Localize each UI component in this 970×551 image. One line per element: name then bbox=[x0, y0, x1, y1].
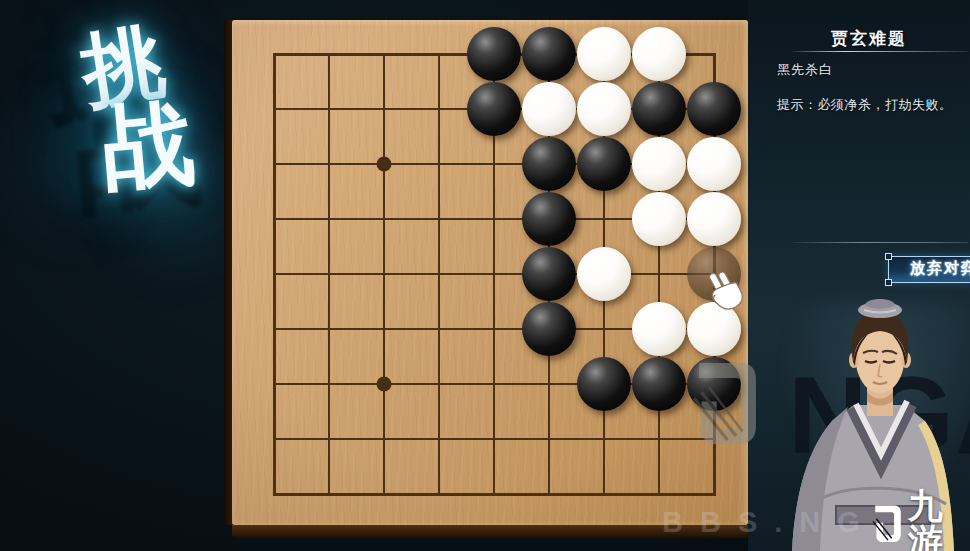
board-wood-surface[interactable] bbox=[232, 20, 748, 525]
black-stone bbox=[522, 247, 576, 301]
black-stone bbox=[577, 357, 631, 411]
resign-button[interactable]: 放弃对弈 bbox=[888, 256, 970, 283]
white-stone bbox=[632, 302, 686, 356]
black-stone bbox=[467, 82, 521, 136]
white-stone bbox=[632, 137, 686, 191]
white-stone bbox=[687, 137, 741, 191]
grid-line bbox=[273, 438, 716, 440]
puzzle-panel: 贾玄难题 黑先杀白 提示：必须净杀，打劫失败。 放弃对弈 bbox=[770, 0, 970, 300]
star-point bbox=[377, 157, 392, 172]
go-board[interactable] bbox=[224, 20, 748, 537]
game-screen: 挑 战 挑 战 贾玄难题 bbox=[0, 0, 970, 551]
board-grid[interactable] bbox=[274, 54, 714, 494]
puzzle-objective: 黑先杀白 bbox=[777, 61, 833, 79]
white-stone bbox=[687, 192, 741, 246]
white-stone bbox=[632, 192, 686, 246]
nine-game-logo-glyph bbox=[870, 501, 904, 547]
black-stone bbox=[632, 357, 686, 411]
nine-game-logo: 九游 bbox=[870, 489, 970, 551]
nine-game-logo-text: 九游 bbox=[908, 489, 970, 551]
black-stone bbox=[522, 192, 576, 246]
banner-char-zhan: 战 bbox=[98, 96, 198, 196]
white-stone bbox=[632, 27, 686, 81]
black-stone bbox=[687, 82, 741, 136]
panel-divider bbox=[792, 242, 968, 243]
star-point bbox=[377, 377, 392, 392]
black-stone bbox=[522, 302, 576, 356]
white-stone bbox=[577, 82, 631, 136]
grid-line bbox=[273, 493, 716, 496]
white-stone bbox=[577, 247, 631, 301]
black-stone bbox=[577, 137, 631, 191]
black-stone bbox=[522, 137, 576, 191]
black-stone bbox=[467, 27, 521, 81]
black-stone bbox=[522, 27, 576, 81]
white-stone bbox=[522, 82, 576, 136]
puzzle-title: 贾玄难题 bbox=[770, 27, 968, 50]
white-stone bbox=[577, 27, 631, 81]
black-stone bbox=[632, 82, 686, 136]
bbs-watermark: BBS.NG bbox=[662, 506, 877, 539]
puzzle-hint: 提示：必须净杀，打劫失败。 bbox=[777, 96, 953, 114]
nine-game-watermark-ghost bbox=[686, 358, 764, 450]
title-underline bbox=[792, 51, 968, 52]
